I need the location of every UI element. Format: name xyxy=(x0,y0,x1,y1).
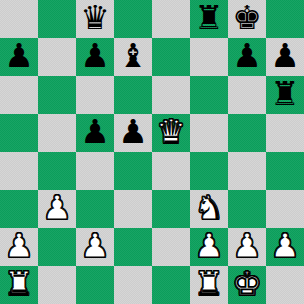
square-g8[interactable]: ♚ xyxy=(228,0,266,38)
piece-white-rook[interactable]: ♜ xyxy=(194,266,224,303)
piece-white-pawn[interactable]: ♟ xyxy=(270,228,300,265)
square-a8[interactable] xyxy=(0,0,38,38)
square-h1[interactable] xyxy=(266,266,304,304)
square-b3[interactable]: ♟ xyxy=(38,190,76,228)
piece-black-queen[interactable]: ♛ xyxy=(80,0,110,37)
piece-white-queen[interactable]: ♛ xyxy=(156,114,186,151)
square-g1[interactable]: ♚ xyxy=(228,266,266,304)
piece-black-rook[interactable]: ♜ xyxy=(194,0,224,37)
square-g2[interactable]: ♟ xyxy=(228,228,266,266)
square-g5[interactable] xyxy=(228,114,266,152)
square-h4[interactable] xyxy=(266,152,304,190)
piece-white-pawn[interactable]: ♟ xyxy=(4,228,34,265)
square-a3[interactable] xyxy=(0,190,38,228)
square-f5[interactable] xyxy=(190,114,228,152)
piece-white-pawn[interactable]: ♟ xyxy=(232,228,262,265)
square-h2[interactable]: ♟ xyxy=(266,228,304,266)
square-f8[interactable]: ♜ xyxy=(190,0,228,38)
square-f6[interactable] xyxy=(190,76,228,114)
square-e1[interactable] xyxy=(152,266,190,304)
square-a2[interactable]: ♟ xyxy=(0,228,38,266)
square-d4[interactable] xyxy=(114,152,152,190)
square-f2[interactable]: ♟ xyxy=(190,228,228,266)
square-c1[interactable] xyxy=(76,266,114,304)
square-d6[interactable] xyxy=(114,76,152,114)
piece-black-pawn[interactable]: ♟ xyxy=(80,38,110,75)
piece-black-pawn[interactable]: ♟ xyxy=(270,38,300,75)
square-h5[interactable] xyxy=(266,114,304,152)
square-a6[interactable] xyxy=(0,76,38,114)
square-e7[interactable] xyxy=(152,38,190,76)
square-b8[interactable] xyxy=(38,0,76,38)
square-c6[interactable] xyxy=(76,76,114,114)
piece-black-bishop[interactable]: ♝ xyxy=(118,38,148,75)
piece-white-knight[interactable]: ♞ xyxy=(194,190,224,227)
square-g4[interactable] xyxy=(228,152,266,190)
square-a5[interactable] xyxy=(0,114,38,152)
square-b4[interactable] xyxy=(38,152,76,190)
square-d8[interactable] xyxy=(114,0,152,38)
square-d3[interactable] xyxy=(114,190,152,228)
square-f4[interactable] xyxy=(190,152,228,190)
square-f1[interactable]: ♜ xyxy=(190,266,228,304)
piece-white-pawn[interactable]: ♟ xyxy=(80,228,110,265)
square-e3[interactable] xyxy=(152,190,190,228)
piece-black-pawn[interactable]: ♟ xyxy=(118,114,148,151)
square-a7[interactable]: ♟ xyxy=(0,38,38,76)
piece-black-pawn[interactable]: ♟ xyxy=(80,114,110,151)
square-c2[interactable]: ♟ xyxy=(76,228,114,266)
square-d5[interactable]: ♟ xyxy=(114,114,152,152)
square-b6[interactable] xyxy=(38,76,76,114)
square-c7[interactable]: ♟ xyxy=(76,38,114,76)
square-e4[interactable] xyxy=(152,152,190,190)
square-h6[interactable]: ♜ xyxy=(266,76,304,114)
chess-board: ♛♜♚♟♟♝♟♟♜♟♟♛♟♞♟♟♟♟♟♜♜♚ xyxy=(0,0,304,304)
square-b1[interactable] xyxy=(38,266,76,304)
square-e8[interactable] xyxy=(152,0,190,38)
square-d2[interactable] xyxy=(114,228,152,266)
piece-black-king[interactable]: ♚ xyxy=(232,0,262,37)
piece-white-king[interactable]: ♚ xyxy=(232,266,262,303)
square-h7[interactable]: ♟ xyxy=(266,38,304,76)
square-e6[interactable] xyxy=(152,76,190,114)
square-b5[interactable] xyxy=(38,114,76,152)
square-b2[interactable] xyxy=(38,228,76,266)
square-c3[interactable] xyxy=(76,190,114,228)
square-c5[interactable]: ♟ xyxy=(76,114,114,152)
piece-black-pawn[interactable]: ♟ xyxy=(4,38,34,75)
piece-white-pawn[interactable]: ♟ xyxy=(194,228,224,265)
square-g7[interactable]: ♟ xyxy=(228,38,266,76)
square-e5[interactable]: ♛ xyxy=(152,114,190,152)
square-g6[interactable] xyxy=(228,76,266,114)
square-b7[interactable] xyxy=(38,38,76,76)
square-a1[interactable]: ♜ xyxy=(0,266,38,304)
square-f3[interactable]: ♞ xyxy=(190,190,228,228)
square-d7[interactable]: ♝ xyxy=(114,38,152,76)
square-h3[interactable] xyxy=(266,190,304,228)
piece-white-pawn[interactable]: ♟ xyxy=(42,190,72,227)
square-f7[interactable] xyxy=(190,38,228,76)
square-h8[interactable] xyxy=(266,0,304,38)
square-d1[interactable] xyxy=(114,266,152,304)
square-c4[interactable] xyxy=(76,152,114,190)
piece-black-rook[interactable]: ♜ xyxy=(270,76,300,113)
square-c8[interactable]: ♛ xyxy=(76,0,114,38)
square-g3[interactable] xyxy=(228,190,266,228)
piece-black-pawn[interactable]: ♟ xyxy=(232,38,262,75)
piece-white-rook[interactable]: ♜ xyxy=(4,266,34,303)
square-e2[interactable] xyxy=(152,228,190,266)
square-a4[interactable] xyxy=(0,152,38,190)
